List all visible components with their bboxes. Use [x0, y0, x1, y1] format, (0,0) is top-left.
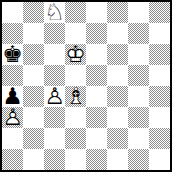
square-e7[interactable] — [86, 23, 107, 44]
piece-glyph: ♔ — [65, 44, 86, 65]
square-b7[interactable] — [23, 23, 44, 44]
chess-diagram: ♞♘♚♚♔♟♟♙♝♗♟♙ — [0, 0, 172, 172]
square-g7[interactable] — [128, 23, 149, 44]
square-c2[interactable] — [44, 128, 65, 149]
piece-glyph: ♘ — [44, 2, 65, 23]
square-g3[interactable] — [128, 107, 149, 128]
square-f7[interactable] — [107, 23, 128, 44]
piece-glyph: ♚ — [2, 44, 23, 65]
square-g5[interactable] — [128, 65, 149, 86]
square-d6[interactable]: ♚♔ — [65, 44, 86, 65]
square-f2[interactable] — [107, 128, 128, 149]
square-f5[interactable] — [107, 65, 128, 86]
piece-glyph: ♗ — [65, 86, 86, 107]
square-h1[interactable] — [149, 149, 170, 170]
square-a2[interactable] — [2, 128, 23, 149]
square-e5[interactable] — [86, 65, 107, 86]
square-d8[interactable] — [65, 2, 86, 23]
square-h2[interactable] — [149, 128, 170, 149]
square-c3[interactable] — [44, 107, 65, 128]
piece-white-pawn: ♟♙ — [2, 107, 23, 128]
square-d4[interactable]: ♝♗ — [65, 86, 86, 107]
square-a6[interactable]: ♚ — [2, 44, 23, 65]
square-e3[interactable] — [86, 107, 107, 128]
square-a8[interactable] — [2, 2, 23, 23]
square-h8[interactable] — [149, 2, 170, 23]
piece-white-bishop: ♝♗ — [65, 86, 86, 107]
square-f4[interactable] — [107, 86, 128, 107]
square-e6[interactable] — [86, 44, 107, 65]
square-h3[interactable] — [149, 107, 170, 128]
piece-white-knight: ♞♘ — [44, 2, 65, 23]
square-a1[interactable] — [2, 149, 23, 170]
square-g2[interactable] — [128, 128, 149, 149]
piece-white-king: ♚♔ — [65, 44, 86, 65]
piece-glyph: ♙ — [2, 107, 23, 128]
square-b1[interactable] — [23, 149, 44, 170]
square-e2[interactable] — [86, 128, 107, 149]
square-e8[interactable] — [86, 2, 107, 23]
square-d3[interactable] — [65, 107, 86, 128]
square-b4[interactable] — [23, 86, 44, 107]
square-b5[interactable] — [23, 65, 44, 86]
square-h5[interactable] — [149, 65, 170, 86]
square-e1[interactable] — [86, 149, 107, 170]
square-a3[interactable]: ♟♙ — [2, 107, 23, 128]
square-g6[interactable] — [128, 44, 149, 65]
square-d2[interactable] — [65, 128, 86, 149]
chess-board[interactable]: ♞♘♚♚♔♟♟♙♝♗♟♙ — [0, 0, 172, 172]
square-c4[interactable]: ♟♙ — [44, 86, 65, 107]
square-c8[interactable]: ♞♘ — [44, 2, 65, 23]
square-b3[interactable] — [23, 107, 44, 128]
square-g4[interactable] — [128, 86, 149, 107]
square-b8[interactable] — [23, 2, 44, 23]
square-b2[interactable] — [23, 128, 44, 149]
square-g8[interactable] — [128, 2, 149, 23]
square-f3[interactable] — [107, 107, 128, 128]
square-h7[interactable] — [149, 23, 170, 44]
piece-glyph: ♙ — [44, 86, 65, 107]
square-f1[interactable] — [107, 149, 128, 170]
square-c1[interactable] — [44, 149, 65, 170]
square-e4[interactable] — [86, 86, 107, 107]
square-h6[interactable] — [149, 44, 170, 65]
piece-black-king: ♚ — [2, 44, 23, 65]
square-f6[interactable] — [107, 44, 128, 65]
piece-white-pawn: ♟♙ — [44, 86, 65, 107]
square-f8[interactable] — [107, 2, 128, 23]
square-h4[interactable] — [149, 86, 170, 107]
square-c7[interactable] — [44, 23, 65, 44]
square-b6[interactable] — [23, 44, 44, 65]
square-c6[interactable] — [44, 44, 65, 65]
square-d1[interactable] — [65, 149, 86, 170]
square-g1[interactable] — [128, 149, 149, 170]
